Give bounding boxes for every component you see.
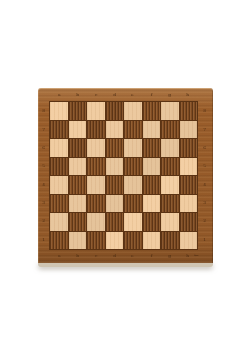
square-d4 — [106, 176, 124, 194]
square-d1 — [106, 232, 124, 250]
square-b6 — [69, 139, 87, 157]
rank-label-right-3: 3 — [197, 194, 213, 212]
square-a6 — [50, 139, 68, 157]
square-g5 — [161, 158, 179, 176]
rank-label-left-7: 7 — [38, 120, 50, 138]
square-b4 — [69, 176, 87, 194]
rank-label-right-4: 4 — [197, 176, 213, 194]
square-e1 — [124, 232, 142, 250]
file-label-top-d: d — [105, 88, 123, 102]
board-bottom-edge — [38, 263, 213, 267]
file-label-bottom-d: d — [105, 249, 123, 263]
square-f8 — [143, 102, 161, 120]
square-f3 — [143, 195, 161, 213]
square-f7 — [143, 121, 161, 139]
chess-board: abcdefgh abcdefgh 87654321 87654321 ← — [38, 88, 213, 263]
square-a4 — [50, 176, 68, 194]
rank-label-left-4: 4 — [38, 176, 50, 194]
square-e3 — [124, 195, 142, 213]
square-c5 — [87, 158, 105, 176]
square-e2 — [124, 213, 142, 231]
square-b8 — [69, 102, 87, 120]
file-labels-top: abcdefgh — [50, 88, 197, 102]
square-h6 — [180, 139, 198, 157]
square-d8 — [106, 102, 124, 120]
square-b7 — [69, 121, 87, 139]
square-f6 — [143, 139, 161, 157]
square-h4 — [180, 176, 198, 194]
board-grid — [50, 102, 197, 249]
file-label-top-c: c — [87, 88, 105, 102]
rank-label-left-6: 6 — [38, 139, 50, 157]
square-c8 — [87, 102, 105, 120]
square-g1 — [161, 232, 179, 250]
square-d7 — [106, 121, 124, 139]
square-g2 — [161, 213, 179, 231]
file-label-bottom-c: c — [87, 249, 105, 263]
file-label-top-f: f — [142, 88, 160, 102]
square-g4 — [161, 176, 179, 194]
square-e7 — [124, 121, 142, 139]
square-a5 — [50, 158, 68, 176]
square-g7 — [161, 121, 179, 139]
square-b3 — [69, 195, 87, 213]
square-d5 — [106, 158, 124, 176]
square-f1 — [143, 232, 161, 250]
square-b1 — [69, 232, 87, 250]
file-label-bottom-f: f — [142, 249, 160, 263]
square-a7 — [50, 121, 68, 139]
rank-label-left-3: 3 — [38, 194, 50, 212]
photo-background: abcdefgh abcdefgh 87654321 87654321 ← — [0, 0, 246, 355]
square-d3 — [106, 195, 124, 213]
rank-label-right-7: 7 — [197, 120, 213, 138]
square-c2 — [87, 213, 105, 231]
square-h7 — [180, 121, 198, 139]
square-g8 — [161, 102, 179, 120]
rank-label-right-6: 6 — [197, 139, 213, 157]
rank-label-left-1: 1 — [38, 231, 50, 249]
file-label-bottom-g: g — [160, 249, 178, 263]
square-h2 — [180, 213, 198, 231]
square-d6 — [106, 139, 124, 157]
file-label-top-b: b — [68, 88, 86, 102]
rank-label-left-2: 2 — [38, 212, 50, 230]
square-c7 — [87, 121, 105, 139]
square-d2 — [106, 213, 124, 231]
square-a8 — [50, 102, 68, 120]
rank-labels-right: 87654321 — [197, 102, 213, 249]
square-e6 — [124, 139, 142, 157]
file-label-top-e: e — [124, 88, 142, 102]
rank-label-left-5: 5 — [38, 157, 50, 175]
file-label-bottom-a: a — [50, 249, 68, 263]
square-f2 — [143, 213, 161, 231]
square-e4 — [124, 176, 142, 194]
file-label-bottom-e: e — [124, 249, 142, 263]
file-label-top-g: g — [160, 88, 178, 102]
square-h5 — [180, 158, 198, 176]
square-g3 — [161, 195, 179, 213]
file-labels-bottom: abcdefgh — [50, 249, 197, 263]
square-e8 — [124, 102, 142, 120]
square-a1 — [50, 232, 68, 250]
file-label-bottom-b: b — [68, 249, 86, 263]
square-c3 — [87, 195, 105, 213]
square-a3 — [50, 195, 68, 213]
square-f5 — [143, 158, 161, 176]
rank-label-left-8: 8 — [38, 102, 50, 120]
square-f4 — [143, 176, 161, 194]
square-h1 — [180, 232, 198, 250]
square-g6 — [161, 139, 179, 157]
rank-label-right-2: 2 — [197, 212, 213, 230]
square-b2 — [69, 213, 87, 231]
square-c4 — [87, 176, 105, 194]
rank-label-right-5: 5 — [197, 157, 213, 175]
rank-label-right-1: 1 — [197, 231, 213, 249]
file-label-top-h: h — [179, 88, 197, 102]
file-label-top-a: a — [50, 88, 68, 102]
square-a2 — [50, 213, 68, 231]
rank-label-right-8: 8 — [197, 102, 213, 120]
arrow-mark: ← — [194, 253, 199, 259]
square-c6 — [87, 139, 105, 157]
square-e5 — [124, 158, 142, 176]
square-h8 — [180, 102, 198, 120]
square-h3 — [180, 195, 198, 213]
rank-labels-left: 87654321 — [38, 102, 50, 249]
square-c1 — [87, 232, 105, 250]
square-b5 — [69, 158, 87, 176]
